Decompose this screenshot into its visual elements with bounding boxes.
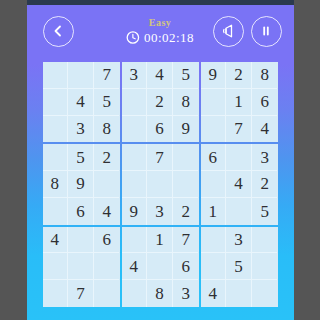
sudoku-cell-r8c4[interactable]: 4 — [122, 253, 148, 280]
sudoku-cell-r4c4[interactable] — [122, 144, 148, 171]
sudoku-cell-r2c4[interactable] — [122, 89, 148, 116]
sudoku-cell-r1c5[interactable]: 4 — [147, 62, 173, 89]
sudoku-box-3: 9281674 — [201, 62, 278, 142]
sudoku-cell-r5c6[interactable] — [173, 171, 199, 198]
sudoku-cell-r9c2[interactable]: 7 — [68, 280, 94, 307]
sudoku-box-2: 3452869 — [122, 62, 199, 142]
header-center: Easy 00:02:18 — [126, 17, 194, 46]
sudoku-cell-r3c8[interactable]: 7 — [226, 116, 252, 143]
sudoku-cell-r2c3[interactable]: 5 — [94, 89, 120, 116]
sudoku-cell-r9c4[interactable] — [122, 280, 148, 307]
sudoku-cell-r3c7[interactable] — [201, 116, 227, 143]
sudoku-cell-r6c1[interactable] — [43, 198, 69, 225]
sudoku-cell-r8c8[interactable]: 5 — [226, 253, 252, 280]
sudoku-cell-r3c6[interactable]: 9 — [173, 116, 199, 143]
sudoku-box-1: 74538 — [43, 62, 120, 142]
sudoku-cell-r4c2[interactable]: 5 — [68, 144, 94, 171]
sudoku-cell-r3c3[interactable]: 8 — [94, 116, 120, 143]
sudoku-cell-r7c5[interactable]: 1 — [147, 227, 173, 254]
sudoku-cell-r2c7[interactable] — [201, 89, 227, 116]
sudoku-cell-r2c2[interactable]: 4 — [68, 89, 94, 116]
sudoku-cell-r3c9[interactable]: 4 — [252, 116, 278, 143]
sudoku-cell-r2c9[interactable]: 6 — [252, 89, 278, 116]
sudoku-cell-r6c9[interactable]: 5 — [252, 198, 278, 225]
sudoku-cell-r1c7[interactable]: 9 — [201, 62, 227, 89]
back-button[interactable] — [43, 16, 74, 47]
sudoku-cell-r8c6[interactable]: 6 — [173, 253, 199, 280]
sudoku-cell-r7c6[interactable]: 7 — [173, 227, 199, 254]
sudoku-cell-r1c1[interactable] — [43, 62, 69, 89]
sudoku-cell-r4c3[interactable]: 2 — [94, 144, 120, 171]
sudoku-cell-r6c2[interactable]: 6 — [68, 198, 94, 225]
sudoku-cell-r5c2[interactable]: 9 — [68, 171, 94, 198]
sudoku-cell-r5c7[interactable] — [201, 171, 227, 198]
sudoku-cell-r1c6[interactable]: 5 — [173, 62, 199, 89]
sudoku-cell-r9c6[interactable]: 3 — [173, 280, 199, 307]
sudoku-cell-r6c3[interactable]: 4 — [94, 198, 120, 225]
chevron-left-icon — [52, 25, 64, 37]
sudoku-cell-r5c5[interactable] — [147, 171, 173, 198]
sudoku-cell-r7c1[interactable]: 4 — [43, 227, 69, 254]
sudoku-cell-r7c7[interactable] — [201, 227, 227, 254]
difficulty-label: Easy — [149, 17, 172, 28]
sudoku-cell-r5c3[interactable] — [94, 171, 120, 198]
sudoku-cell-r7c9[interactable] — [252, 227, 278, 254]
sudoku-cell-r6c8[interactable] — [226, 198, 252, 225]
sudoku-box-4: 528964 — [43, 144, 120, 224]
sudoku-cell-r3c2[interactable]: 3 — [68, 116, 94, 143]
sudoku-app-screen: Easy 00:02:18 — [27, 0, 294, 320]
sudoku-cell-r6c4[interactable]: 9 — [122, 198, 148, 225]
sudoku-cell-r5c9[interactable]: 2 — [252, 171, 278, 198]
sudoku-cell-r2c1[interactable] — [43, 89, 69, 116]
sudoku-cell-r7c2[interactable] — [68, 227, 94, 254]
sudoku-cell-r1c2[interactable] — [68, 62, 94, 89]
pause-icon — [260, 25, 272, 37]
sudoku-cell-r7c4[interactable] — [122, 227, 148, 254]
sudoku-cell-r8c2[interactable] — [68, 253, 94, 280]
sudoku-cell-r8c7[interactable] — [201, 253, 227, 280]
sudoku-cell-r9c1[interactable] — [43, 280, 69, 307]
sudoku-box-8: 174683 — [122, 227, 199, 307]
sudoku-cell-r8c9[interactable] — [252, 253, 278, 280]
speaker-icon — [220, 23, 236, 39]
sudoku-board: 7453834528699281674528964793263421546717… — [43, 62, 278, 307]
sudoku-cell-r9c5[interactable]: 8 — [147, 280, 173, 307]
sudoku-box-9: 354 — [201, 227, 278, 307]
sudoku-cell-r2c5[interactable]: 2 — [147, 89, 173, 116]
timer-value: 00:02:18 — [144, 30, 194, 46]
sudoku-cell-r9c8[interactable] — [226, 280, 252, 307]
header-right — [213, 16, 282, 47]
sudoku-cell-r4c1[interactable] — [43, 144, 69, 171]
sudoku-cell-r6c7[interactable]: 1 — [201, 198, 227, 225]
sudoku-cell-r4c6[interactable] — [173, 144, 199, 171]
sudoku-cell-r4c7[interactable]: 6 — [201, 144, 227, 171]
sudoku-cell-r9c9[interactable] — [252, 280, 278, 307]
sudoku-cell-r8c5[interactable] — [147, 253, 173, 280]
sudoku-cell-r7c3[interactable]: 6 — [94, 227, 120, 254]
sudoku-cell-r2c8[interactable]: 1 — [226, 89, 252, 116]
sudoku-cell-r4c5[interactable]: 7 — [147, 144, 173, 171]
sound-button[interactable] — [213, 16, 244, 47]
sudoku-cell-r5c8[interactable]: 4 — [226, 171, 252, 198]
sudoku-cell-r9c3[interactable] — [94, 280, 120, 307]
sudoku-cell-r6c5[interactable]: 3 — [147, 198, 173, 225]
sudoku-cell-r1c9[interactable]: 8 — [252, 62, 278, 89]
sudoku-box-5: 7932 — [122, 144, 199, 224]
sudoku-cell-r3c5[interactable]: 6 — [147, 116, 173, 143]
sudoku-cell-r1c4[interactable]: 3 — [122, 62, 148, 89]
sudoku-cell-r8c3[interactable] — [94, 253, 120, 280]
sudoku-cell-r4c9[interactable]: 3 — [252, 144, 278, 171]
clock-icon — [126, 31, 140, 45]
sudoku-cell-r2c6[interactable]: 8 — [173, 89, 199, 116]
sudoku-cell-r5c1[interactable]: 8 — [43, 171, 69, 198]
sudoku-cell-r7c8[interactable]: 3 — [226, 227, 252, 254]
sudoku-cell-r3c4[interactable] — [122, 116, 148, 143]
sudoku-cell-r4c8[interactable] — [226, 144, 252, 171]
sudoku-box-7: 467 — [43, 227, 120, 307]
pause-button[interactable] — [251, 16, 282, 47]
header: Easy 00:02:18 — [27, 5, 294, 57]
sudoku-cell-r9c7[interactable]: 4 — [201, 280, 227, 307]
sudoku-cell-r5c4[interactable] — [122, 171, 148, 198]
sudoku-cell-r3c1[interactable] — [43, 116, 69, 143]
timer: 00:02:18 — [126, 30, 194, 46]
sudoku-box-6: 634215 — [201, 144, 278, 224]
sudoku-cell-r6c6[interactable]: 2 — [173, 198, 199, 225]
sudoku-cell-r1c8[interactable]: 2 — [226, 62, 252, 89]
sudoku-cell-r8c1[interactable] — [43, 253, 69, 280]
sudoku-cell-r1c3[interactable]: 7 — [94, 62, 120, 89]
